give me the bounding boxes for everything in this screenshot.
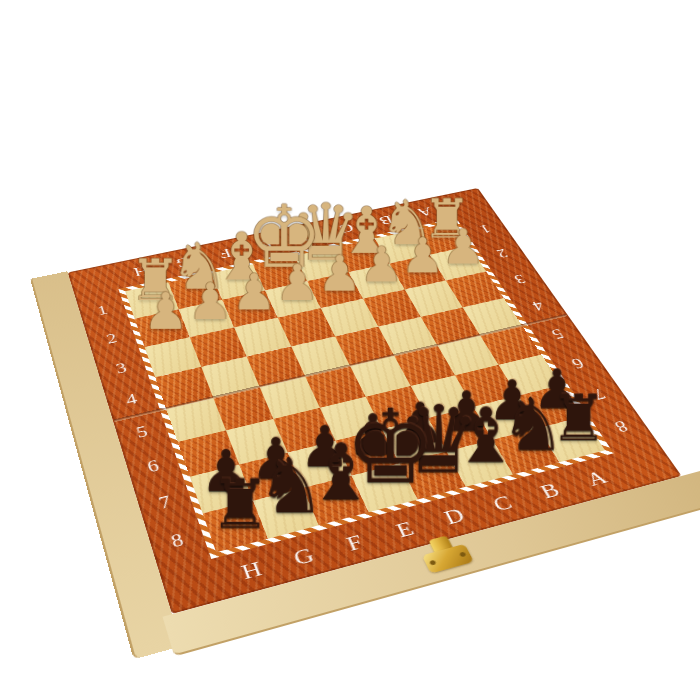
piece-white-pawn-c2[interactable]: ♟ [359, 240, 403, 289]
square-h2[interactable]: ♟ [135, 309, 190, 347]
rank-left-label-2: 2 [92, 321, 132, 357]
piece-white-pawn-h2[interactable]: ♟ [142, 286, 188, 337]
chess-board-box: ♜♞♝♚♛♝♞♜♟♟♟♟♟♟♟♟♟♟♟♟♟♟♟♟♜♞♝♚♛♝♞♜ HGFEDCB… [68, 188, 682, 614]
piece-white-pawn-g2[interactable]: ♟ [187, 276, 232, 326]
rank-left-label-8: 8 [153, 517, 201, 565]
piece-white-pawn-a2[interactable]: ♟ [441, 223, 484, 271]
square-h8[interactable]: ♜ [203, 501, 268, 553]
perspective-scene: ♜♞♝♚♛♝♞♜♟♟♟♟♟♟♟♟♟♟♟♟♟♟♟♟♜♞♝♚♛♝♞♜ HGFEDCB… [100, 116, 600, 616]
piece-white-pawn-b2[interactable]: ♟ [400, 231, 443, 279]
photo-stage: ♜♞♝♚♛♝♞♜♟♟♟♟♟♟♟♟♟♟♟♟♟♟♟♟♜♞♝♚♛♝♞♜ HGFEDCB… [0, 0, 700, 700]
piece-white-pawn-f2[interactable]: ♟ [231, 267, 276, 317]
piece-white-pawn-e2[interactable]: ♟ [274, 258, 318, 308]
piece-black-rook-h8[interactable]: ♜ [209, 469, 270, 537]
piece-white-pawn-d2[interactable]: ♟ [317, 249, 361, 298]
